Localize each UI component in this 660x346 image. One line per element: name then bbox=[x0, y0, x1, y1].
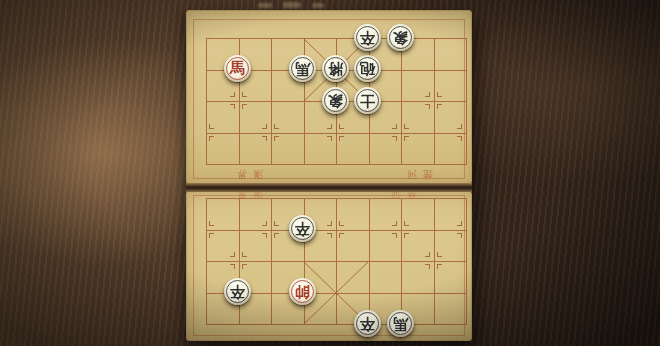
bottom-grid[interactable] bbox=[206, 198, 467, 325]
piece-character: 帥 bbox=[295, 284, 310, 299]
position-marker bbox=[230, 104, 235, 109]
position-marker bbox=[262, 136, 267, 141]
red-general[interactable]: 帥 bbox=[289, 278, 316, 305]
position-marker bbox=[262, 233, 267, 238]
board-cell bbox=[369, 261, 402, 293]
position-marker bbox=[242, 252, 247, 257]
piece-character: 卒 bbox=[360, 30, 375, 45]
position-marker bbox=[327, 136, 332, 141]
piece-character: 馬 bbox=[230, 61, 245, 76]
river-label-right-bottom: 楚河 bbox=[385, 191, 417, 200]
position-marker bbox=[327, 221, 332, 226]
black-horse-1[interactable]: 馬 bbox=[289, 55, 316, 82]
board-cell bbox=[336, 261, 369, 293]
position-marker bbox=[425, 252, 430, 257]
black-horse-2[interactable]: 馬 bbox=[387, 310, 414, 337]
position-marker bbox=[425, 264, 430, 269]
board-cell bbox=[434, 38, 467, 70]
position-marker bbox=[457, 136, 462, 141]
position-marker bbox=[392, 124, 397, 129]
black-advisor[interactable]: 士 bbox=[354, 87, 381, 114]
position-marker bbox=[404, 233, 409, 238]
piece-character: 將 bbox=[328, 61, 343, 76]
river-label-left-top: 漢界 bbox=[231, 167, 263, 181]
piece-character: 象 bbox=[393, 30, 408, 45]
position-marker bbox=[425, 104, 430, 109]
black-soldier-2[interactable]: 卒 bbox=[289, 215, 316, 242]
position-marker bbox=[209, 233, 214, 238]
black-soldier-4[interactable]: 卒 bbox=[354, 310, 381, 337]
black-cannon[interactable]: 砲 bbox=[354, 55, 381, 82]
piece-character: 馬 bbox=[393, 316, 408, 331]
piece-character: 士 bbox=[360, 93, 375, 108]
position-marker bbox=[437, 92, 442, 97]
black-soldier-1[interactable]: 卒 bbox=[354, 24, 381, 51]
position-marker bbox=[392, 136, 397, 141]
table-glare-3 bbox=[312, 3, 324, 8]
black-soldier-3[interactable]: 卒 bbox=[224, 278, 251, 305]
position-marker bbox=[327, 124, 332, 129]
position-marker bbox=[230, 92, 235, 97]
position-marker bbox=[339, 136, 344, 141]
position-marker bbox=[327, 233, 332, 238]
position-marker bbox=[425, 92, 430, 97]
position-marker bbox=[392, 221, 397, 226]
black-general[interactable]: 將 bbox=[322, 55, 349, 82]
position-marker bbox=[209, 136, 214, 141]
position-marker bbox=[392, 233, 397, 238]
position-marker bbox=[457, 124, 462, 129]
position-marker bbox=[209, 221, 214, 226]
position-marker bbox=[274, 233, 279, 238]
board-fold-seam bbox=[186, 183, 472, 192]
position-marker bbox=[209, 124, 214, 129]
river-label-right-top: 楚河 bbox=[401, 167, 433, 181]
black-elephant-2[interactable]: 象 bbox=[322, 87, 349, 114]
piece-character: 卒 bbox=[295, 221, 310, 236]
piece-character: 象 bbox=[328, 93, 343, 108]
position-marker bbox=[457, 221, 462, 226]
position-marker bbox=[404, 136, 409, 141]
position-marker bbox=[274, 221, 279, 226]
river-label-left-bottom: 漢界 bbox=[231, 191, 263, 200]
position-marker bbox=[457, 233, 462, 238]
position-marker bbox=[437, 264, 442, 269]
position-marker bbox=[242, 104, 247, 109]
piece-character: 馬 bbox=[295, 61, 310, 76]
position-marker bbox=[242, 264, 247, 269]
board-cell bbox=[434, 293, 467, 325]
piece-character: 卒 bbox=[230, 284, 245, 299]
table-scene: 漢界 楚河 漢界 楚河 馬馬將砲卒象象士卒卒帥卒馬 bbox=[0, 0, 660, 346]
piece-character: 砲 bbox=[360, 61, 375, 76]
table-glare-1 bbox=[258, 3, 272, 8]
position-marker bbox=[274, 124, 279, 129]
table-glare-2 bbox=[283, 2, 301, 8]
black-elephant-1[interactable]: 象 bbox=[387, 24, 414, 51]
position-marker bbox=[404, 124, 409, 129]
red-horse[interactable]: 馬 bbox=[224, 55, 251, 82]
position-marker bbox=[437, 104, 442, 109]
position-marker bbox=[230, 264, 235, 269]
position-marker bbox=[242, 92, 247, 97]
position-marker bbox=[437, 252, 442, 257]
position-marker bbox=[339, 221, 344, 226]
position-marker bbox=[262, 221, 267, 226]
position-marker bbox=[339, 124, 344, 129]
position-marker bbox=[230, 252, 235, 257]
xiangqi-board[interactable]: 漢界 楚河 漢界 楚河 馬馬將砲卒象象士卒卒帥卒馬 bbox=[186, 10, 472, 341]
position-marker bbox=[339, 233, 344, 238]
position-marker bbox=[262, 124, 267, 129]
piece-character: 卒 bbox=[360, 316, 375, 331]
position-marker bbox=[274, 136, 279, 141]
position-marker bbox=[404, 221, 409, 226]
